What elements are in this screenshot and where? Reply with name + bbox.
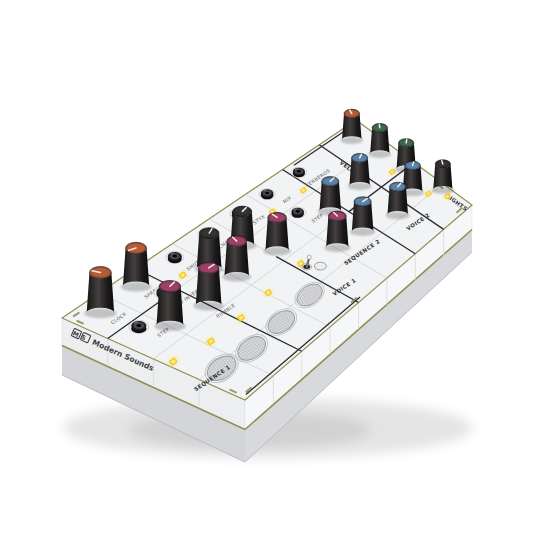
- knob-clock[interactable]: [84, 266, 116, 318]
- knob-pointer: [406, 139, 407, 142]
- knob-pointer: [413, 162, 414, 166]
- knob-pointer: [442, 161, 443, 164]
- jack-kerberos-7[interactable]: [291, 167, 307, 177]
- knob-pointer: [379, 124, 380, 127]
- knob-spread[interactable]: [121, 242, 152, 291]
- synthesizer-device: MSModern Sounds SEQUENCE 1VOICE 1SEQUENC…: [0, 0, 550, 550]
- knob-black-3[interactable]: [432, 160, 455, 194]
- knob-green-1[interactable]: [368, 123, 391, 157]
- jack-step-8[interactable]: [289, 207, 305, 218]
- jack-nix-6[interactable]: [259, 189, 275, 200]
- jack-step-1[interactable]: [129, 320, 149, 333]
- round-button[interactable]: [314, 262, 326, 270]
- jack-shutter-3[interactable]: [166, 251, 184, 263]
- knob-orange-3[interactable]: [340, 109, 363, 144]
- product-render-stage: MSModern Sounds SEQUENCE 1VOICE 1SEQUENC…: [0, 0, 550, 550]
